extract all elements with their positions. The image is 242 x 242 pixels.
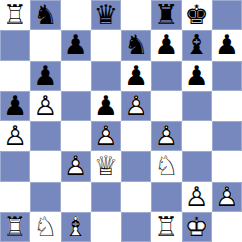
square-a8[interactable]: ♜♖ xyxy=(0,0,30,30)
square-c3[interactable]: ♟♙ xyxy=(61,151,91,181)
piece-white-knight: ♞♘ xyxy=(30,212,60,242)
white-pawn-outline-icon: ♙ xyxy=(212,182,242,212)
piece-black-pawn: ♟ xyxy=(30,61,60,91)
square-g8[interactable]: ♚ xyxy=(182,0,212,30)
square-f6[interactable] xyxy=(151,61,181,91)
square-b6[interactable]: ♟ xyxy=(30,61,60,91)
square-e8[interactable] xyxy=(121,0,151,30)
square-a6[interactable] xyxy=(0,61,30,91)
square-g3[interactable] xyxy=(182,151,212,181)
piece-black-pawn: ♟ xyxy=(182,61,212,91)
piece-white-king: ♚♔ xyxy=(182,212,212,242)
square-g7[interactable]: ♝ xyxy=(182,30,212,60)
square-c7[interactable]: ♟ xyxy=(61,30,91,60)
square-a7[interactable] xyxy=(0,30,30,60)
square-a2[interactable] xyxy=(0,182,30,212)
piece-black-knight: ♞ xyxy=(30,0,60,30)
piece-black-pawn: ♟ xyxy=(212,30,242,60)
piece-black-pawn: ♟ xyxy=(151,30,181,60)
square-c8[interactable] xyxy=(61,0,91,30)
black-pawn-icon: ♟ xyxy=(212,30,242,60)
square-h6[interactable] xyxy=(212,61,242,91)
square-e7[interactable]: ♞ xyxy=(121,30,151,60)
black-pawn-icon: ♟ xyxy=(151,30,181,60)
square-f3[interactable]: ♞♘ xyxy=(151,151,181,181)
piece-white-queen: ♛♕ xyxy=(91,151,121,181)
piece-black-pawn: ♟ xyxy=(61,30,91,60)
piece-white-bishop: ♝♗ xyxy=(61,212,91,242)
square-c5[interactable] xyxy=(61,91,91,121)
square-h5[interactable] xyxy=(212,91,242,121)
square-f7[interactable]: ♟ xyxy=(151,30,181,60)
square-e4[interactable] xyxy=(121,121,151,151)
white-pawn-outline-icon: ♙ xyxy=(121,91,151,121)
square-f4[interactable]: ♟♙ xyxy=(151,121,181,151)
square-c4[interactable] xyxy=(61,121,91,151)
black-pawn-icon: ♟ xyxy=(61,30,91,60)
square-c6[interactable] xyxy=(61,61,91,91)
square-d4[interactable]: ♟♙ xyxy=(91,121,121,151)
square-f5[interactable] xyxy=(151,91,181,121)
square-e6[interactable]: ♟ xyxy=(121,61,151,91)
white-pawn-outline-icon: ♙ xyxy=(61,151,91,181)
square-a3[interactable] xyxy=(0,151,30,181)
square-g5[interactable] xyxy=(182,91,212,121)
piece-black-bishop: ♝ xyxy=(182,30,212,60)
piece-white-pawn: ♟♙ xyxy=(61,151,91,181)
square-g6[interactable]: ♟ xyxy=(182,61,212,91)
square-h2[interactable]: ♟♙ xyxy=(212,182,242,212)
piece-white-rook: ♜♖ xyxy=(151,212,181,242)
black-pawn-icon: ♟ xyxy=(121,61,151,91)
white-knight-outline-icon: ♘ xyxy=(151,151,181,181)
white-rook-outline-icon: ♖ xyxy=(0,0,30,30)
piece-black-queen: ♛ xyxy=(91,0,121,30)
square-c2[interactable] xyxy=(61,182,91,212)
piece-black-pawn: ♟ xyxy=(91,91,121,121)
white-pawn-outline-icon: ♙ xyxy=(91,121,121,151)
square-a1[interactable]: ♜♖ xyxy=(0,212,30,242)
white-king-outline-icon: ♔ xyxy=(182,212,212,242)
square-b8[interactable]: ♞ xyxy=(30,0,60,30)
piece-white-pawn: ♟♙ xyxy=(151,121,181,151)
square-g2[interactable]: ♟♙ xyxy=(182,182,212,212)
square-c1[interactable]: ♝♗ xyxy=(61,212,91,242)
square-b3[interactable] xyxy=(30,151,60,181)
piece-white-pawn: ♟♙ xyxy=(212,182,242,212)
square-b2[interactable] xyxy=(30,182,60,212)
square-b7[interactable] xyxy=(30,30,60,60)
square-h3[interactable] xyxy=(212,151,242,181)
white-pawn-outline-icon: ♙ xyxy=(151,121,181,151)
square-e1[interactable] xyxy=(121,212,151,242)
white-knight-outline-icon: ♘ xyxy=(30,212,60,242)
white-pawn-outline-icon: ♙ xyxy=(30,91,60,121)
square-d3[interactable]: ♛♕ xyxy=(91,151,121,181)
piece-black-knight: ♞ xyxy=(121,30,151,60)
piece-white-pawn: ♟♙ xyxy=(182,182,212,212)
piece-black-rook: ♜ xyxy=(151,0,181,30)
black-pawn-icon: ♟ xyxy=(30,61,60,91)
square-d5[interactable]: ♟ xyxy=(91,91,121,121)
square-b5[interactable]: ♟♙ xyxy=(30,91,60,121)
white-pawn-outline-icon: ♙ xyxy=(182,182,212,212)
piece-white-rook: ♜♖ xyxy=(0,0,30,30)
square-g1[interactable]: ♚♔ xyxy=(182,212,212,242)
square-d6[interactable] xyxy=(91,61,121,91)
square-h7[interactable]: ♟ xyxy=(212,30,242,60)
white-queen-outline-icon: ♕ xyxy=(91,151,121,181)
square-g4[interactable] xyxy=(182,121,212,151)
piece-white-knight: ♞♘ xyxy=(151,151,181,181)
square-f8[interactable]: ♜ xyxy=(151,0,181,30)
white-bishop-outline-icon: ♗ xyxy=(61,212,91,242)
piece-black-pawn: ♟ xyxy=(121,61,151,91)
piece-white-pawn: ♟♙ xyxy=(91,121,121,151)
black-knight-icon: ♞ xyxy=(30,0,60,30)
white-rook-outline-icon: ♖ xyxy=(0,212,30,242)
black-rook-icon: ♜ xyxy=(151,0,181,30)
square-a4[interactable]: ♟♙ xyxy=(0,121,30,151)
piece-white-pawn: ♟♙ xyxy=(30,91,60,121)
black-pawn-icon: ♟ xyxy=(91,91,121,121)
black-pawn-icon: ♟ xyxy=(0,91,30,121)
square-b4[interactable] xyxy=(30,121,60,151)
white-pawn-outline-icon: ♙ xyxy=(0,121,30,151)
piece-white-pawn: ♟♙ xyxy=(121,91,151,121)
black-bishop-icon: ♝ xyxy=(182,30,212,60)
square-h1[interactable] xyxy=(212,212,242,242)
square-a5[interactable]: ♟ xyxy=(0,91,30,121)
chess-board: ♜♖♞♛♜♚♟♞♟♝♟♟♟♟♟♟♙♟♟♙♟♙♟♙♟♙♟♙♛♕♞♘♟♙♟♙♜♖♞♘… xyxy=(0,0,242,242)
square-h4[interactable] xyxy=(212,121,242,151)
black-knight-icon: ♞ xyxy=(121,30,151,60)
square-d7[interactable] xyxy=(91,30,121,60)
piece-white-pawn: ♟♙ xyxy=(0,121,30,151)
piece-black-pawn: ♟ xyxy=(0,91,30,121)
black-king-icon: ♚ xyxy=(182,0,212,30)
white-rook-outline-icon: ♖ xyxy=(151,212,181,242)
square-e2[interactable] xyxy=(121,182,151,212)
square-h8[interactable] xyxy=(212,0,242,30)
square-d1[interactable] xyxy=(91,212,121,242)
square-f2[interactable] xyxy=(151,182,181,212)
piece-white-rook: ♜♖ xyxy=(0,212,30,242)
black-pawn-icon: ♟ xyxy=(182,61,212,91)
square-b1[interactable]: ♞♘ xyxy=(30,212,60,242)
piece-black-king: ♚ xyxy=(182,0,212,30)
square-d2[interactable] xyxy=(91,182,121,212)
square-d8[interactable]: ♛ xyxy=(91,0,121,30)
square-f1[interactable]: ♜♖ xyxy=(151,212,181,242)
square-e5[interactable]: ♟♙ xyxy=(121,91,151,121)
black-queen-icon: ♛ xyxy=(91,0,121,30)
square-e3[interactable] xyxy=(121,151,151,181)
